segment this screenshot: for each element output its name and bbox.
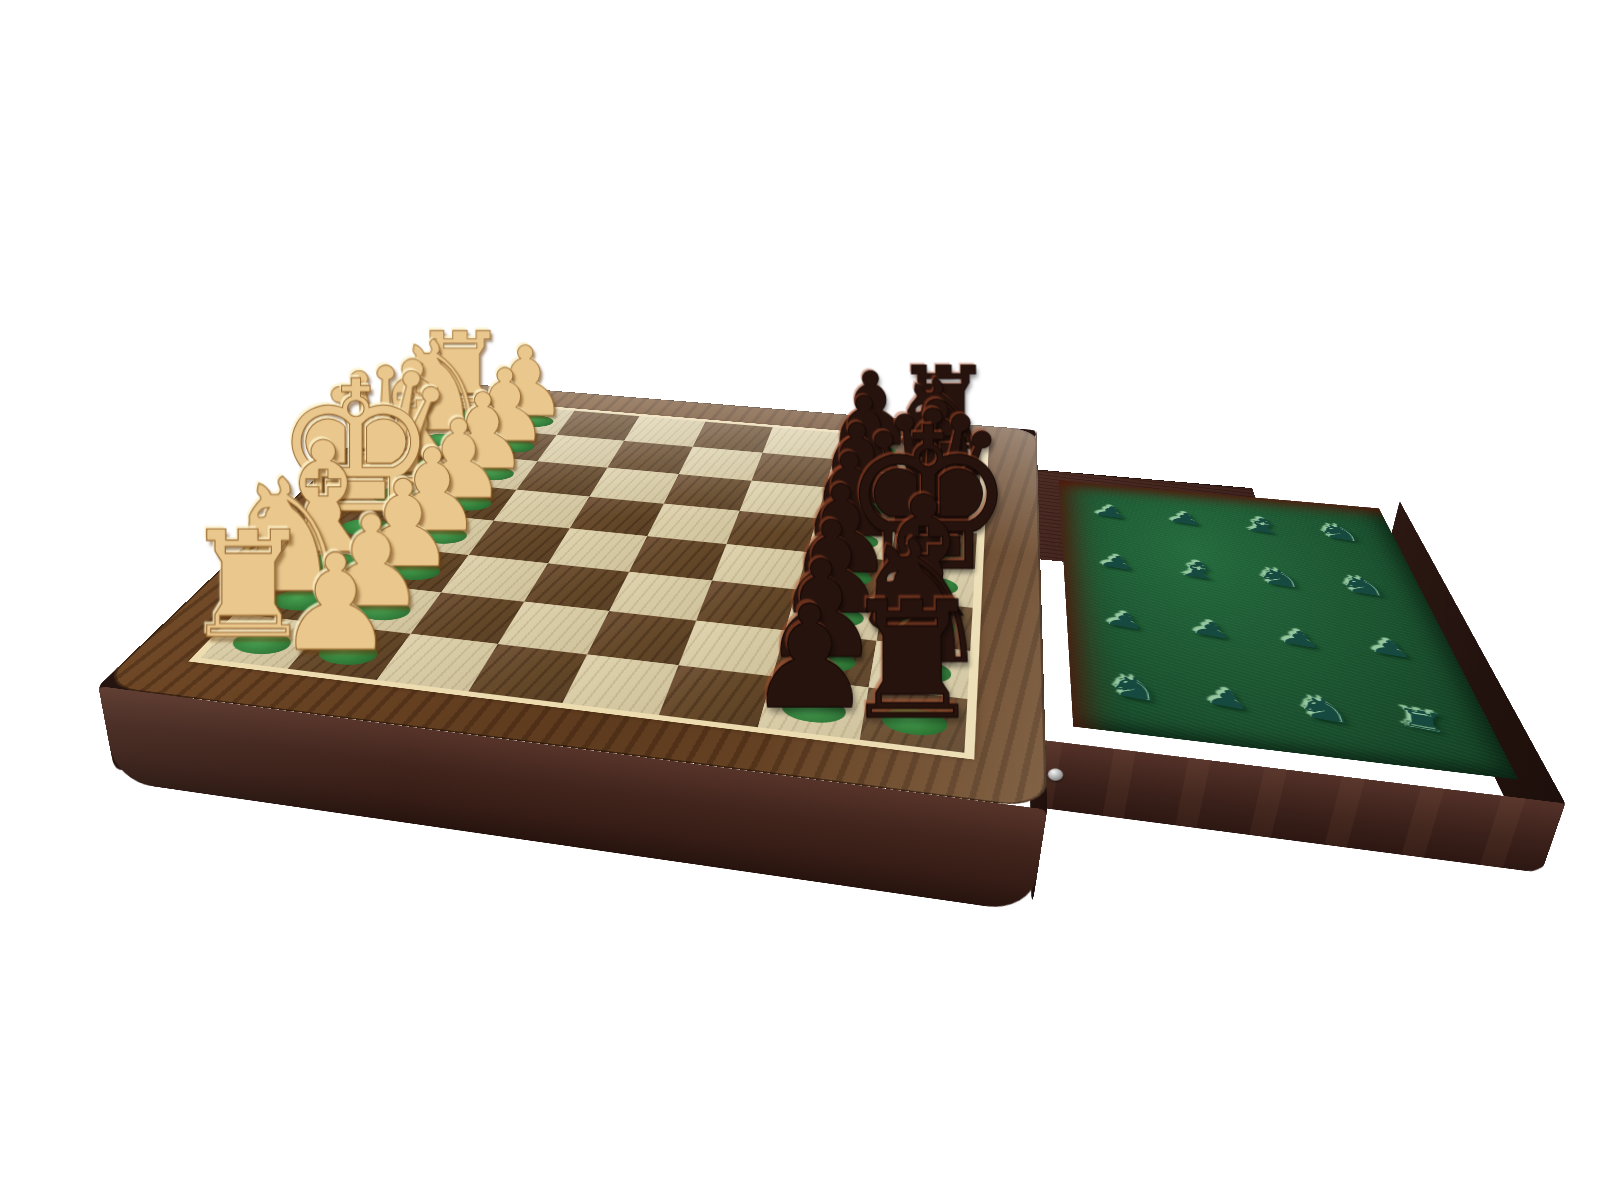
square-h8[interactable]: ♜ [860,687,968,752]
drawer-felt-tray: ♟♟♝♞♟♝♞♞♟♟♟♟♞♟♞♜ [1058,480,1518,780]
piece-storage-drawer[interactable]: ♟♟♝♞♟♝♞♞♟♟♟♟♞♟♞♜ [1035,469,1566,803]
black-rook[interactable]: ♜ [840,579,985,741]
knight-cutout-icon: ♞ [1253,563,1306,593]
pawn-cutout-icon: ♟ [1277,625,1322,652]
felt-cutout-pawn: ♟ [1072,486,1152,540]
bishop-cutout-icon: ♝ [1171,556,1225,585]
pawn-cutout-icon: ♟ [1189,616,1235,643]
rook-cutout-icon: ♜ [1394,703,1452,739]
square-c5[interactable] [664,474,752,511]
knight-cutout-icon: ♞ [1293,690,1356,731]
piece-slot-grid: ♟♟♝♞♟♝♞♞♟♟♟♟♞♟♞♜ [1072,486,1493,768]
knight-cutout-icon: ♞ [1102,669,1166,708]
pawn-cutout-icon: ♟ [1367,634,1415,662]
chess-box: ♜♟♟♜♞♟♟♞♝♟♟♝♛♟♟♛♚♟♟♚♝♟♟♝♞♟♟♞♜♟♟♜ ♟♟♝♞♟♝♞… [98,380,1047,810]
bishop-cutout-icon: ♝ [1237,513,1287,539]
drawer-pin-icon [1047,768,1064,782]
knight-cutout-icon: ♞ [1315,520,1366,546]
square-h2[interactable]: ♟ [288,624,411,680]
product-photo: ♜♟♟♜♞♟♟♞♝♟♟♝♛♟♟♛♚♟♟♚♝♟♟♝♞♟♟♞♜♟♟♜ ♟♟♝♞♟♝♞… [0,0,1600,1200]
felt-cutout-rook: ♜ [1358,678,1493,768]
pawn-cutout-icon: ♟ [1096,551,1139,574]
felt-cutout-pawn: ♟ [1174,658,1287,744]
white-pawn[interactable]: ♟ [276,536,396,669]
pawn-cutout-icon: ♟ [1091,502,1132,522]
felt-cutout-pawn: ♟ [1333,611,1454,688]
square-e5[interactable] [629,536,726,580]
felt-cutout-pawn: ♟ [1080,586,1174,658]
felt-cutout-pawn: ♟ [1076,533,1163,595]
felt-cutout-knight: ♞ [1085,648,1188,732]
felt-cutout-knight: ♞ [1265,668,1389,756]
knight-cutout-icon: ♞ [1336,571,1391,601]
board-inlay-line: ♜♟♟♜♞♟♟♞♝♟♟♝♛♟♟♛♚♟♟♚♝♟♟♝♞♟♟♞♜♟♟♜ [188,398,989,760]
square-f5[interactable] [609,572,712,621]
chess-board: ♜♟♟♜♞♟♟♞♝♟♟♝♛♟♟♛♚♟♟♚♝♟♟♝♞♟♟♞♜♟♟♜ [201,400,982,753]
pawn-cutout-icon: ♟ [1203,683,1253,714]
pawn-cutout-icon: ♟ [1166,509,1206,529]
pawn-cutout-icon: ♟ [1102,607,1149,633]
